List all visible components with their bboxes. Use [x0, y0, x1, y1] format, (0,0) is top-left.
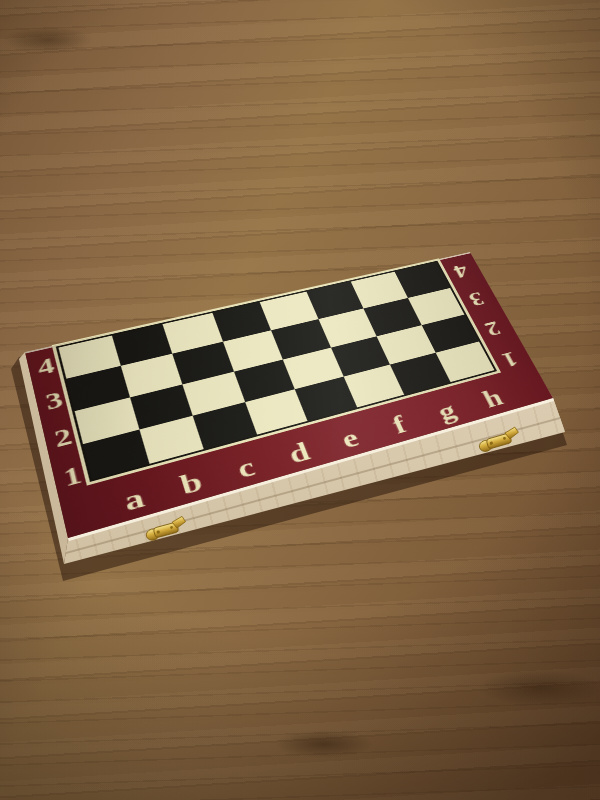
product-photo: abcdefgh44332211 [0, 0, 600, 800]
